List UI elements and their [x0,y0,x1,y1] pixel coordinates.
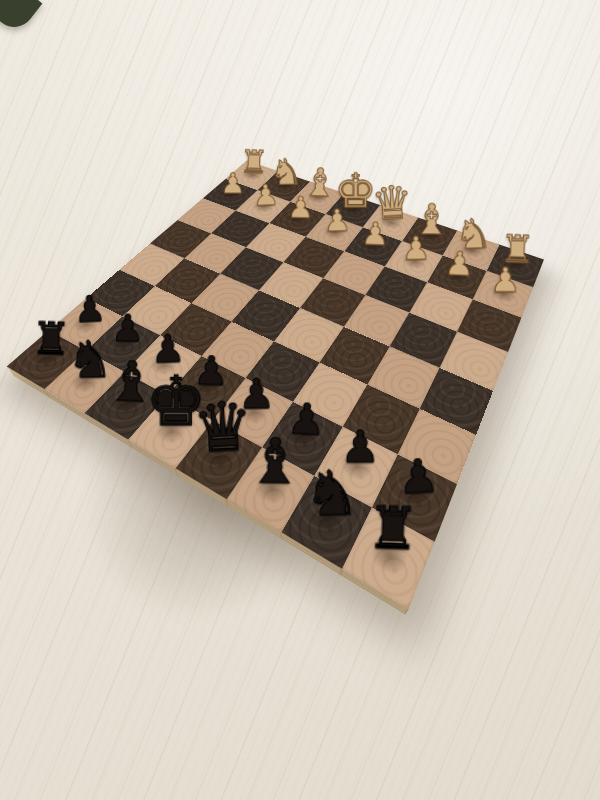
dark-object-corner [0,0,42,35]
chess-board: ♜♞♝♛♚♝♞♜♟♟♟♟♟♟♟♟♟♟♟♟♟♟♟♟♜♞♝♛♚♝♞♜ [7,161,544,610]
photo-scene: { "game": "chess", "position": { "fen": … [0,0,600,800]
bishop-glyph: ♝ [247,431,304,489]
knight-glyph: ♞ [302,463,360,522]
queen-glyph: ♛ [192,396,256,461]
